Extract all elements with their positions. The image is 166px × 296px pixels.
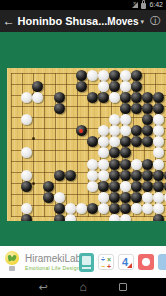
pink-app-icon[interactable]: [138, 254, 154, 270]
black-stone: [54, 170, 65, 181]
black-stone: [120, 192, 131, 203]
white-stone: [131, 203, 142, 214]
signal-icon: ✕: [132, 2, 138, 8]
white-stone: [120, 70, 131, 81]
black-stone: [120, 136, 131, 147]
black-stone: [65, 170, 76, 181]
nav-home-button[interactable]: ⌂: [68, 278, 98, 296]
black-stone: [109, 159, 120, 170]
black-stone: [32, 81, 43, 92]
white-stone: [87, 181, 98, 192]
white-stone: [32, 92, 43, 103]
black-stone: [76, 81, 87, 92]
white-stone: [109, 214, 120, 221]
white-stone: [98, 70, 109, 81]
black-stone: [21, 181, 32, 192]
white-stone: [109, 92, 120, 103]
white-stone: [120, 114, 131, 125]
black-stone: [164, 170, 166, 181]
white-stone: [87, 170, 98, 181]
white-stone: [76, 203, 87, 214]
black-stone: [153, 181, 164, 192]
black-stone: [131, 181, 142, 192]
teal-device-icon[interactable]: [79, 253, 94, 272]
white-stone: [98, 192, 109, 203]
black-stone: [87, 136, 98, 147]
white-stone: [98, 170, 109, 181]
black-stone: [142, 114, 153, 125]
black-stone: [98, 92, 109, 103]
black-stone: [120, 103, 131, 114]
white-stone: [21, 92, 32, 103]
white-stone: [153, 136, 164, 147]
phone-screen: ✕ 6:42 ← Honinbo Shusa... Moves ▾ ⓘ Hira…: [0, 0, 166, 296]
black-stone: [120, 170, 131, 181]
white-stone: [120, 181, 131, 192]
black-stone: [131, 92, 142, 103]
white-stone: [98, 147, 109, 158]
white-stone: [120, 125, 131, 136]
white-stone: [87, 70, 98, 81]
black-stone: [109, 203, 120, 214]
black-stone: [131, 136, 142, 147]
black-stone: [87, 92, 98, 103]
ad-app-icons: ÷× −+ 4: [79, 246, 166, 278]
moves-dropdown[interactable]: Moves: [107, 16, 138, 27]
hoshi-point: [32, 182, 35, 185]
black-stone: [76, 70, 87, 81]
white-stone: [153, 114, 164, 125]
black-stone: [109, 192, 120, 203]
black-stone: [131, 192, 142, 203]
page-title: Honinbo Shusa...: [18, 15, 108, 27]
white-stone: [153, 159, 164, 170]
black-stone: [76, 125, 87, 136]
white-stone: [98, 203, 109, 214]
app-bar: ← Honinbo Shusa... Moves ▾ ⓘ: [0, 10, 166, 32]
black-stone: [54, 103, 65, 114]
white-stone: [21, 170, 32, 181]
black-stone: [131, 81, 142, 92]
ad-tagline: Emotional Life Design: [25, 265, 81, 271]
lock-icon: [141, 3, 146, 9]
nav-recents-button[interactable]: [108, 278, 138, 296]
android-nav-bar: ↩ ⌂: [0, 278, 166, 296]
white-stone: [109, 125, 120, 136]
white-stone: [98, 125, 109, 136]
black-stone: [98, 181, 109, 192]
white-stone: [120, 214, 131, 221]
white-stone: [65, 214, 76, 221]
black-stone: [153, 92, 164, 103]
black-stone: [120, 147, 131, 158]
white-stone: [98, 159, 109, 170]
black-stone: [54, 92, 65, 103]
black-stone: [54, 203, 65, 214]
black-stone: [131, 125, 142, 136]
black-stone: [109, 181, 120, 192]
white-stone: [65, 203, 76, 214]
black-stone: [153, 103, 164, 114]
black-stone: [54, 214, 65, 221]
white-stone: [142, 192, 153, 203]
clipped-app-icon[interactable]: [158, 254, 166, 270]
ad-text: HiramekiLab Emotional Life Design: [25, 253, 81, 271]
white-stone: [153, 147, 164, 158]
black-stone: [131, 103, 142, 114]
white-stone: [164, 192, 166, 203]
lightbulb-logo-icon: [3, 249, 21, 275]
back-arrow-icon[interactable]: ←: [0, 14, 18, 28]
white-stone: [21, 147, 32, 158]
black-stone: [142, 170, 153, 181]
white-stone: [98, 81, 109, 92]
black-stone: [153, 214, 164, 221]
ad-banner[interactable]: HiramekiLab Emotional Life Design ÷× −+ …: [0, 246, 166, 278]
last-move-marker: [79, 129, 83, 133]
white-stone: [98, 136, 109, 147]
ad-brand: HiramekiLab: [25, 253, 81, 264]
hoshi-point: [32, 137, 35, 140]
white-stone: [153, 125, 164, 136]
white-stone: [153, 203, 164, 214]
black-stone: [153, 170, 164, 181]
black-stone: [142, 159, 153, 170]
white-stone: [120, 81, 131, 92]
black-stone: [142, 103, 153, 114]
black-stone: [142, 92, 153, 103]
nav-back-button[interactable]: ↩: [28, 278, 58, 296]
white-stone: [109, 136, 120, 147]
grid-line: [11, 216, 166, 217]
white-stone: [131, 159, 142, 170]
go-board[interactable]: [7, 68, 166, 221]
grid-line: [11, 150, 166, 151]
number-4-icon[interactable]: 4: [118, 254, 134, 270]
white-stone: [21, 203, 32, 214]
black-stone: [43, 181, 54, 192]
black-stone: [109, 170, 120, 181]
status-clock: 6:42: [149, 0, 163, 10]
black-stone: [120, 159, 131, 170]
black-stone: [43, 192, 54, 203]
info-icon[interactable]: ⓘ: [150, 14, 160, 28]
black-stone: [131, 70, 142, 81]
black-stone: [142, 181, 153, 192]
black-stone: [142, 136, 153, 147]
black-stone: [142, 125, 153, 136]
white-stone: [153, 192, 164, 203]
white-stone: [109, 114, 120, 125]
status-bar: ✕ 6:42: [0, 0, 166, 10]
black-stone: [120, 92, 131, 103]
chevron-down-icon[interactable]: ▾: [140, 18, 144, 26]
black-stone: [120, 203, 131, 214]
black-stone: [109, 81, 120, 92]
math-operators-icon[interactable]: ÷× −+: [98, 254, 114, 270]
black-stone: [109, 147, 120, 158]
white-stone: [54, 192, 65, 203]
black-stone: [131, 170, 142, 181]
white-stone: [87, 159, 98, 170]
black-stone: [109, 70, 120, 81]
white-stone: [21, 114, 32, 125]
black-stone: [21, 214, 32, 221]
black-stone: [164, 181, 166, 192]
black-stone: [87, 203, 98, 214]
white-stone: [142, 203, 153, 214]
